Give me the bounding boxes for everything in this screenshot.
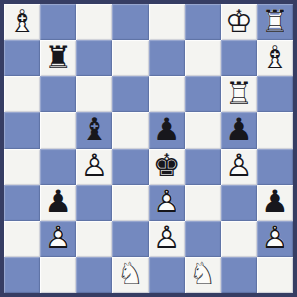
square-h1[interactable] — [257, 257, 293, 293]
square-g5[interactable]: ♟ — [221, 112, 257, 148]
white-knight: ♞♘ — [185, 257, 221, 293]
white-pawn-outline: ♙ — [76, 149, 112, 185]
square-b7[interactable]: ♜ — [40, 40, 76, 76]
square-d8[interactable] — [112, 4, 148, 40]
square-c4[interactable]: ♟♙ — [76, 149, 112, 185]
square-f3[interactable] — [185, 185, 221, 221]
black-rook: ♜ — [40, 40, 76, 76]
white-king: ♚♔ — [221, 4, 257, 40]
square-f4[interactable] — [185, 149, 221, 185]
chess-board: ♝♗♚♔♜♖♜♝♗♜♖♝♟♟♟♙♚♟♙♟♟♙♟♟♙♟♙♟♙♞♘♞♘ — [4, 4, 293, 293]
black-pawn: ♟ — [221, 112, 257, 148]
square-e8[interactable] — [149, 4, 185, 40]
white-knight-outline: ♘ — [185, 257, 221, 293]
square-b6[interactable] — [40, 76, 76, 112]
black-pawn: ♟ — [257, 185, 293, 221]
black-king: ♚ — [149, 149, 185, 185]
white-king-outline: ♔ — [221, 4, 257, 40]
square-e2[interactable]: ♟♙ — [149, 221, 185, 257]
square-d6[interactable] — [112, 76, 148, 112]
white-rook-outline: ♖ — [257, 4, 293, 40]
square-h7[interactable]: ♝♗ — [257, 40, 293, 76]
square-a3[interactable] — [4, 185, 40, 221]
square-d4[interactable] — [112, 149, 148, 185]
square-b5[interactable] — [40, 112, 76, 148]
white-pawn: ♟♙ — [257, 221, 293, 257]
white-bishop: ♝♗ — [257, 40, 293, 76]
square-f5[interactable] — [185, 112, 221, 148]
square-c5[interactable]: ♝ — [76, 112, 112, 148]
square-e7[interactable] — [149, 40, 185, 76]
black-pawn-glyph: ♟ — [149, 112, 185, 148]
square-b1[interactable] — [40, 257, 76, 293]
square-f6[interactable] — [185, 76, 221, 112]
square-c3[interactable] — [76, 185, 112, 221]
square-b3[interactable]: ♟ — [40, 185, 76, 221]
square-a5[interactable] — [4, 112, 40, 148]
square-b2[interactable]: ♟♙ — [40, 221, 76, 257]
square-a2[interactable] — [4, 221, 40, 257]
white-bishop-outline: ♗ — [4, 4, 40, 40]
square-e3[interactable]: ♟♙ — [149, 185, 185, 221]
square-g4[interactable]: ♟♙ — [221, 149, 257, 185]
white-rook: ♜♖ — [257, 4, 293, 40]
square-a1[interactable] — [4, 257, 40, 293]
white-pawn-outline: ♙ — [40, 221, 76, 257]
chess-board-frame: ♝♗♚♔♜♖♜♝♗♜♖♝♟♟♟♙♚♟♙♟♟♙♟♟♙♟♙♟♙♞♘♞♘ — [0, 0, 297, 297]
square-d1[interactable]: ♞♘ — [112, 257, 148, 293]
square-b8[interactable] — [40, 4, 76, 40]
square-c7[interactable] — [76, 40, 112, 76]
square-h3[interactable]: ♟ — [257, 185, 293, 221]
white-pawn-outline: ♙ — [257, 221, 293, 257]
white-pawn: ♟♙ — [40, 221, 76, 257]
square-b4[interactable] — [40, 149, 76, 185]
square-a8[interactable]: ♝♗ — [4, 4, 40, 40]
black-bishop-glyph: ♝ — [76, 112, 112, 148]
black-pawn-glyph: ♟ — [40, 185, 76, 221]
black-pawn-glyph: ♟ — [257, 185, 293, 221]
square-a7[interactable] — [4, 40, 40, 76]
white-rook: ♜♖ — [221, 76, 257, 112]
square-f2[interactable] — [185, 221, 221, 257]
square-a6[interactable] — [4, 76, 40, 112]
black-pawn: ♟ — [40, 185, 76, 221]
square-e1[interactable] — [149, 257, 185, 293]
square-d2[interactable] — [112, 221, 148, 257]
square-g6[interactable]: ♜♖ — [221, 76, 257, 112]
square-c6[interactable] — [76, 76, 112, 112]
square-d7[interactable] — [112, 40, 148, 76]
square-e6[interactable] — [149, 76, 185, 112]
square-d3[interactable] — [112, 185, 148, 221]
white-pawn: ♟♙ — [76, 149, 112, 185]
white-bishop-outline: ♗ — [257, 40, 293, 76]
white-rook-outline: ♖ — [221, 76, 257, 112]
square-e5[interactable]: ♟ — [149, 112, 185, 148]
square-h6[interactable] — [257, 76, 293, 112]
black-pawn-glyph: ♟ — [221, 112, 257, 148]
square-a4[interactable] — [4, 149, 40, 185]
white-pawn-outline: ♙ — [221, 149, 257, 185]
square-f7[interactable] — [185, 40, 221, 76]
square-c8[interactable] — [76, 4, 112, 40]
square-g3[interactable] — [221, 185, 257, 221]
square-g2[interactable] — [221, 221, 257, 257]
square-g8[interactable]: ♚♔ — [221, 4, 257, 40]
black-pawn: ♟ — [149, 112, 185, 148]
black-rook-glyph: ♜ — [40, 40, 76, 76]
square-h2[interactable]: ♟♙ — [257, 221, 293, 257]
white-pawn: ♟♙ — [149, 185, 185, 221]
white-pawn: ♟♙ — [221, 149, 257, 185]
square-h4[interactable] — [257, 149, 293, 185]
square-d5[interactable] — [112, 112, 148, 148]
square-h8[interactable]: ♜♖ — [257, 4, 293, 40]
white-bishop: ♝♗ — [4, 4, 40, 40]
square-c1[interactable] — [76, 257, 112, 293]
black-king-glyph: ♚ — [149, 149, 185, 185]
square-g7[interactable] — [221, 40, 257, 76]
black-bishop: ♝ — [76, 112, 112, 148]
white-knight: ♞♘ — [112, 257, 148, 293]
white-pawn-outline: ♙ — [149, 221, 185, 257]
square-f8[interactable] — [185, 4, 221, 40]
square-c2[interactable] — [76, 221, 112, 257]
square-e4[interactable]: ♚ — [149, 149, 185, 185]
white-knight-outline: ♘ — [112, 257, 148, 293]
square-h5[interactable] — [257, 112, 293, 148]
white-pawn-outline: ♙ — [149, 185, 185, 221]
square-g1[interactable] — [221, 257, 257, 293]
white-pawn: ♟♙ — [149, 221, 185, 257]
square-f1[interactable]: ♞♘ — [185, 257, 221, 293]
